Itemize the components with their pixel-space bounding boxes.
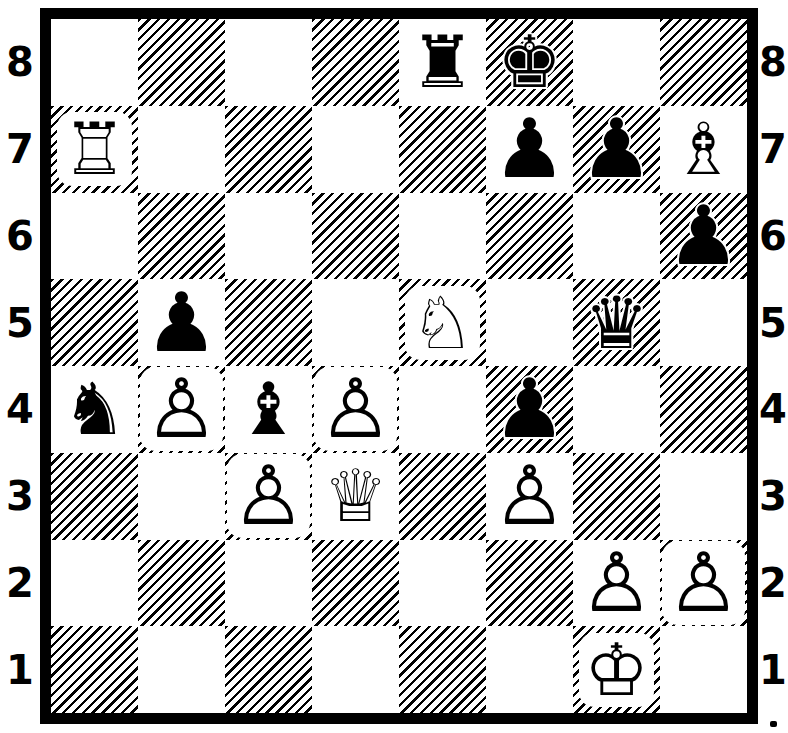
square-g8 [573, 19, 660, 106]
rank-label-left-8: 8 [0, 19, 40, 106]
black-queen-g5: ♛ [584, 287, 649, 359]
white-pawn-h2: ♙ [662, 541, 746, 625]
square-b3 [138, 453, 225, 540]
rank-label-left-7: 7 [0, 106, 40, 193]
square-c5 [225, 279, 312, 366]
square-h4 [660, 366, 747, 453]
square-c2 [225, 540, 312, 627]
square-b7 [138, 106, 225, 193]
rank-label-left-1: 1 [0, 626, 40, 713]
rank-label-left-3: 3 [0, 453, 40, 540]
square-f7: ♟ [486, 106, 573, 193]
square-e1 [399, 626, 486, 713]
chess-board: ♜♚♖♟♟♗♟♟♘♛♞♙♝♙♟♙♕♙♙♙♔ [40, 8, 758, 724]
square-f3: ♙ [486, 453, 573, 540]
square-g7: ♟ [573, 106, 660, 193]
square-a4: ♞ [51, 366, 138, 453]
rank-label-right-5: 5 [758, 279, 788, 366]
square-g6 [573, 193, 660, 280]
square-g3 [573, 453, 660, 540]
print-artifact-dot [770, 721, 777, 727]
white-knight-e5: ♘ [405, 286, 480, 360]
white-pawn-f3: ♙ [488, 454, 572, 538]
square-c3: ♙ [225, 453, 312, 540]
square-b5: ♟ [138, 279, 225, 366]
square-a8 [51, 19, 138, 106]
black-rook-e8: ♜ [410, 26, 475, 98]
square-d1 [312, 626, 399, 713]
rank-label-right-4: 4 [758, 366, 788, 453]
square-d2 [312, 540, 399, 627]
rank-label-right-8: 8 [758, 19, 788, 106]
square-e7 [399, 106, 486, 193]
square-e4 [399, 366, 486, 453]
square-b4: ♙ [138, 366, 225, 453]
white-king-g1: ♔ [579, 633, 654, 707]
white-pawn-b4: ♙ [140, 367, 224, 451]
rank-label-right-2: 2 [758, 540, 788, 627]
black-pawn-h6: ♟ [667, 195, 741, 277]
square-b6 [138, 193, 225, 280]
black-pawn-g7: ♟ [580, 108, 654, 190]
square-h3 [660, 453, 747, 540]
rank-label-left-4: 4 [0, 366, 40, 453]
square-c7 [225, 106, 312, 193]
square-a1 [51, 626, 138, 713]
black-pawn-f4: ♟ [493, 368, 567, 450]
square-c1 [225, 626, 312, 713]
square-g2: ♙ [573, 540, 660, 627]
square-b2 [138, 540, 225, 627]
square-g5: ♛ [573, 279, 660, 366]
square-g1: ♔ [573, 626, 660, 713]
black-king-f8: ♚ [497, 26, 562, 98]
square-h6: ♟ [660, 193, 747, 280]
square-e2 [399, 540, 486, 627]
square-h2: ♙ [660, 540, 747, 627]
white-queen-d3: ♕ [318, 459, 393, 533]
white-rook-a7: ♖ [57, 112, 132, 186]
white-pawn-c3: ♙ [227, 454, 311, 538]
square-c8 [225, 19, 312, 106]
square-d7 [312, 106, 399, 193]
rank-label-right-7: 7 [758, 106, 788, 193]
white-bishop-h7: ♗ [666, 112, 741, 186]
square-f1 [486, 626, 573, 713]
square-d3: ♕ [312, 453, 399, 540]
square-d6 [312, 193, 399, 280]
square-a7: ♖ [51, 106, 138, 193]
black-knight-a4: ♞ [62, 373, 127, 445]
square-f4: ♟ [486, 366, 573, 453]
black-pawn-f7: ♟ [493, 108, 567, 190]
square-h1 [660, 626, 747, 713]
rank-labels-right: 87654321 [758, 19, 788, 713]
square-c6 [225, 193, 312, 280]
white-pawn-g2: ♙ [575, 541, 659, 625]
square-d4: ♙ [312, 366, 399, 453]
square-g4 [573, 366, 660, 453]
square-e8: ♜ [399, 19, 486, 106]
square-e3 [399, 453, 486, 540]
square-h8 [660, 19, 747, 106]
square-h7: ♗ [660, 106, 747, 193]
black-pawn-b5: ♟ [145, 282, 219, 364]
square-c4: ♝ [225, 366, 312, 453]
square-b1 [138, 626, 225, 713]
rank-label-right-3: 3 [758, 453, 788, 540]
square-e5: ♘ [399, 279, 486, 366]
square-f2 [486, 540, 573, 627]
square-f5 [486, 279, 573, 366]
square-a3 [51, 453, 138, 540]
square-a6 [51, 193, 138, 280]
square-a5 [51, 279, 138, 366]
rank-label-left-6: 6 [0, 193, 40, 280]
square-d8 [312, 19, 399, 106]
square-h5 [660, 279, 747, 366]
square-b8 [138, 19, 225, 106]
square-e6 [399, 193, 486, 280]
white-pawn-d4: ♙ [314, 367, 398, 451]
chess-diagram: 87654321 ♜♚♖♟♟♗♟♟♘♛♞♙♝♙♟♙♕♙♙♙♔ 87654321 [0, 0, 788, 733]
rank-labels-left: 87654321 [0, 19, 40, 713]
rank-label-right-1: 1 [758, 626, 788, 713]
square-a2 [51, 540, 138, 627]
square-f8: ♚ [486, 19, 573, 106]
square-f6 [486, 193, 573, 280]
rank-label-left-2: 2 [0, 540, 40, 627]
rank-label-right-6: 6 [758, 193, 788, 280]
black-bishop-c4: ♝ [236, 373, 301, 445]
rank-label-left-5: 5 [0, 279, 40, 366]
square-d5 [312, 279, 399, 366]
